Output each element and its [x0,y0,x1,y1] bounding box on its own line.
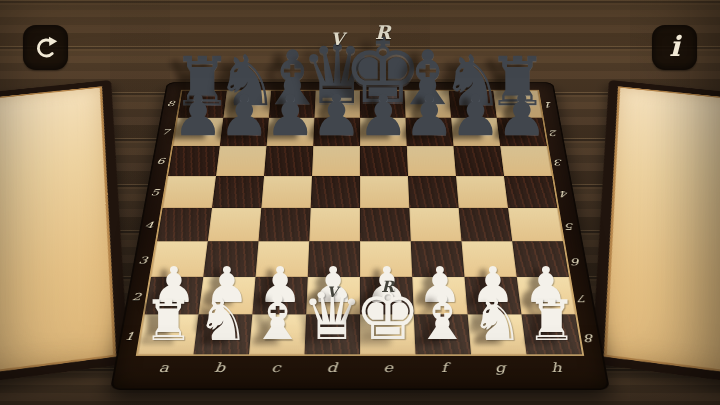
piece-white-bishop-f1[interactable]: ♝ [415,288,471,350]
file-label-h: h [527,360,585,375]
piece-black-pawn-d7[interactable]: ♟ [311,87,362,144]
piece-black-pawn-c7[interactable]: ♟ [265,87,316,144]
piece-black-pawn-e7[interactable]: ♟ [358,87,409,144]
square-h5[interactable] [504,176,557,208]
piece-white-rook-h1[interactable]: ♜ [527,293,577,349]
info-icon: i [669,30,680,63]
square-b5[interactable] [212,176,264,208]
square-g6[interactable] [453,146,504,176]
square-d5[interactable] [311,176,360,208]
piece-black-pawn-a7[interactable]: ♟ [173,87,224,144]
piece-black-pawn-f7[interactable]: ♟ [404,87,455,144]
square-a4[interactable] [157,208,212,241]
piece-white-rook-a1[interactable]: ♜ [143,293,193,349]
piece-white-knight-b1[interactable]: ♞ [197,291,249,349]
file-label-c: c [247,360,304,375]
square-f4[interactable] [409,208,461,241]
square-d4[interactable] [309,208,360,241]
piece-white-queen-d1[interactable]: ♛ [302,282,363,350]
captured-pieces-tray-left [0,80,129,387]
file-label-e: e [360,360,416,375]
square-d6[interactable] [312,146,360,176]
square-e4[interactable] [360,208,411,241]
file-label-g: g [471,360,529,375]
chess-app-screen: abcdefgh8765432112345678 ♜♞♝♛V♚R♝♞♜♟♟♟♟♟… [0,0,720,405]
square-f6[interactable] [407,146,456,176]
square-a5[interactable] [163,176,216,208]
square-g4[interactable] [459,208,513,241]
square-e5[interactable] [360,176,409,208]
piece-black-pawn-g7[interactable]: ♟ [450,87,501,144]
piece-white-king-e1[interactable]: ♚ [355,276,421,350]
info-button[interactable]: i [652,25,697,70]
square-c4[interactable] [259,208,311,241]
piece-white-knight-g1[interactable]: ♞ [471,291,523,349]
rotate-clockwise-icon [31,33,61,63]
square-c5[interactable] [261,176,312,208]
file-label-a: a [135,360,193,375]
square-b6[interactable] [216,146,267,176]
square-a6[interactable] [168,146,220,176]
piece-white-bishop-c1[interactable]: ♝ [250,288,306,350]
piece-black-pawn-h7[interactable]: ♟ [496,87,547,144]
file-label-d: d [304,360,360,375]
captured-pieces-tray-right [591,80,720,387]
square-e6[interactable] [360,146,408,176]
rotate-board-button[interactable] [23,25,68,70]
square-c6[interactable] [264,146,313,176]
square-h6[interactable] [500,146,552,176]
square-h4[interactable] [508,208,563,241]
square-b4[interactable] [208,208,262,241]
file-label-b: b [191,360,249,375]
piece-black-pawn-b7[interactable]: ♟ [219,87,270,144]
file-label-f: f [416,360,473,375]
square-g5[interactable] [456,176,508,208]
square-f5[interactable] [408,176,459,208]
